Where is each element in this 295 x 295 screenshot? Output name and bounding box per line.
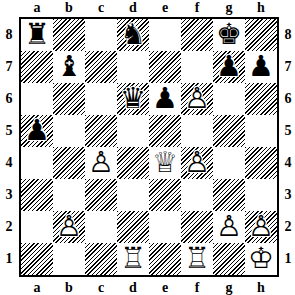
rank-label-2: 2: [1, 219, 17, 235]
square-f4[interactable]: ♟♙: [181, 147, 213, 179]
file-label-a: a: [21, 0, 53, 15]
file-label-f: f: [181, 0, 213, 15]
square-e2[interactable]: [149, 211, 181, 243]
rank-label-8: 8: [1, 27, 17, 43]
piece-glyph: ♟: [21, 115, 53, 147]
file-label-h: h: [245, 0, 277, 15]
file-label-f: f: [181, 280, 213, 295]
file-label-e: e: [149, 280, 181, 295]
square-b1[interactable]: [53, 243, 85, 275]
piece-glyph: ♙: [213, 211, 245, 243]
piece-glyph: ♖: [117, 243, 149, 275]
square-d2[interactable]: [117, 211, 149, 243]
white-pawn-icon: ♟♙: [181, 83, 213, 115]
piece-glyph: ♖: [181, 243, 213, 275]
square-c5[interactable]: [85, 115, 117, 147]
file-label-a: a: [21, 280, 53, 295]
black-pawn-icon: ♟♟: [21, 115, 53, 147]
piece-glyph: ♝: [53, 51, 85, 83]
white-king-icon: ♚♔: [245, 243, 277, 275]
square-b7[interactable]: ♝♝: [53, 51, 85, 83]
square-h5[interactable]: [245, 115, 277, 147]
black-pawn-icon: ♟♟: [149, 83, 181, 115]
piece-glyph: ♟: [149, 83, 181, 115]
square-h8[interactable]: [245, 19, 277, 51]
file-label-e: e: [149, 0, 181, 15]
file-label-d: d: [117, 280, 149, 295]
square-f1[interactable]: ♜♖: [181, 243, 213, 275]
square-g4[interactable]: [213, 147, 245, 179]
square-h1[interactable]: ♚♔: [245, 243, 277, 275]
square-g8[interactable]: ♚♚: [213, 19, 245, 51]
square-d7[interactable]: [117, 51, 149, 83]
black-bishop-icon: ♝♝: [53, 51, 85, 83]
square-b6[interactable]: [53, 83, 85, 115]
square-c4[interactable]: ♟♙: [85, 147, 117, 179]
rank-label-4: 4: [280, 155, 295, 171]
file-label-b: b: [53, 280, 85, 295]
square-g5[interactable]: [213, 115, 245, 147]
square-c2[interactable]: [85, 211, 117, 243]
square-h4[interactable]: [245, 147, 277, 179]
piece-glyph: ♚: [213, 19, 245, 51]
piece-glyph: ♙: [181, 83, 213, 115]
file-labels-top: abcdefgh: [21, 0, 277, 15]
white-rook-icon: ♜♖: [181, 243, 213, 275]
file-label-g: g: [213, 280, 245, 295]
square-e6[interactable]: ♟♟: [149, 83, 181, 115]
square-f3[interactable]: [181, 179, 213, 211]
square-d5[interactable]: [117, 115, 149, 147]
square-g1[interactable]: [213, 243, 245, 275]
square-f5[interactable]: [181, 115, 213, 147]
square-a5[interactable]: ♟♟: [21, 115, 53, 147]
rank-label-5: 5: [1, 123, 17, 139]
rank-label-3: 3: [1, 187, 17, 203]
square-g7[interactable]: ♟♟: [213, 51, 245, 83]
chessboard: ♜♜♞♞♚♚♝♝♟♟♟♟♛♛♟♟♟♙♟♟♟♙♛♕♟♙♟♙♟♙♟♙♜♖♜♖♚♔: [19, 17, 279, 277]
piece-glyph: ♕: [149, 147, 181, 179]
file-label-c: c: [85, 0, 117, 15]
piece-glyph: ♔: [245, 243, 277, 275]
square-e8[interactable]: [149, 19, 181, 51]
white-pawn-icon: ♟♙: [53, 211, 85, 243]
square-c7[interactable]: [85, 51, 117, 83]
rank-label-6: 6: [1, 91, 17, 107]
white-pawn-icon: ♟♙: [213, 211, 245, 243]
square-e7[interactable]: [149, 51, 181, 83]
white-rook-icon: ♜♖: [117, 243, 149, 275]
square-d1[interactable]: ♜♖: [117, 243, 149, 275]
piece-glyph: ♟: [245, 51, 277, 83]
square-c1[interactable]: [85, 243, 117, 275]
square-g6[interactable]: [213, 83, 245, 115]
rank-label-3: 3: [280, 187, 295, 203]
white-pawn-icon: ♟♙: [245, 211, 277, 243]
square-a7[interactable]: [21, 51, 53, 83]
square-h3[interactable]: [245, 179, 277, 211]
square-b4[interactable]: [53, 147, 85, 179]
white-pawn-icon: ♟♙: [85, 147, 117, 179]
rank-labels-left: 87654321: [1, 19, 17, 275]
black-pawn-icon: ♟♟: [213, 51, 245, 83]
rank-labels-right: 87654321: [280, 19, 295, 275]
black-knight-icon: ♞♞: [117, 19, 149, 51]
square-e1[interactable]: [149, 243, 181, 275]
rank-label-8: 8: [280, 27, 295, 43]
square-f8[interactable]: [181, 19, 213, 51]
rank-label-1: 1: [1, 251, 17, 267]
piece-glyph: ♙: [245, 211, 277, 243]
rank-label-5: 5: [280, 123, 295, 139]
square-a2[interactable]: [21, 211, 53, 243]
square-c3[interactable]: [85, 179, 117, 211]
square-b5[interactable]: [53, 115, 85, 147]
white-queen-icon: ♛♕: [149, 147, 181, 179]
square-d8[interactable]: ♞♞: [117, 19, 149, 51]
rank-label-7: 7: [1, 59, 17, 75]
square-f2[interactable]: [181, 211, 213, 243]
square-b3[interactable]: [53, 179, 85, 211]
square-b8[interactable]: [53, 19, 85, 51]
square-f6[interactable]: ♟♙: [181, 83, 213, 115]
square-b2[interactable]: ♟♙: [53, 211, 85, 243]
square-d4[interactable]: [117, 147, 149, 179]
piece-glyph: ♛: [117, 83, 149, 115]
square-d3[interactable]: [117, 179, 149, 211]
piece-glyph: ♜: [21, 19, 53, 51]
square-a6[interactable]: [21, 83, 53, 115]
square-a1[interactable]: [21, 243, 53, 275]
rank-label-1: 1: [280, 251, 295, 267]
file-label-b: b: [53, 0, 85, 15]
square-h6[interactable]: [245, 83, 277, 115]
file-label-c: c: [85, 280, 117, 295]
black-queen-icon: ♛♛: [117, 83, 149, 115]
square-h2[interactable]: ♟♙: [245, 211, 277, 243]
square-a3[interactable]: [21, 179, 53, 211]
piece-glyph: ♟: [213, 51, 245, 83]
piece-glyph: ♙: [85, 147, 117, 179]
square-c8[interactable]: [85, 19, 117, 51]
square-d6[interactable]: ♛♛: [117, 83, 149, 115]
rank-label-2: 2: [280, 219, 295, 235]
square-f7[interactable]: [181, 51, 213, 83]
file-label-d: d: [117, 0, 149, 15]
chess-diagram: abcdefgh 87654321 ♜♜♞♞♚♚♝♝♟♟♟♟♛♛♟♟♟♙♟♟♟♙…: [0, 0, 295, 295]
file-label-g: g: [213, 0, 245, 15]
square-a8[interactable]: ♜♜: [21, 19, 53, 51]
square-e3[interactable]: [149, 179, 181, 211]
square-e4[interactable]: ♛♕: [149, 147, 181, 179]
square-a4[interactable]: [21, 147, 53, 179]
black-pawn-icon: ♟♟: [245, 51, 277, 83]
white-pawn-icon: ♟♙: [181, 147, 213, 179]
rank-label-7: 7: [280, 59, 295, 75]
piece-glyph: ♙: [53, 211, 85, 243]
rank-label-6: 6: [280, 91, 295, 107]
black-king-icon: ♚♚: [213, 19, 245, 51]
square-c6[interactable]: [85, 83, 117, 115]
black-rook-icon: ♜♜: [21, 19, 53, 51]
file-label-h: h: [245, 280, 277, 295]
file-labels-bottom: abcdefgh: [21, 280, 277, 295]
square-g2[interactable]: ♟♙: [213, 211, 245, 243]
piece-glyph: ♞: [117, 19, 149, 51]
piece-glyph: ♙: [181, 147, 213, 179]
square-h7[interactable]: ♟♟: [245, 51, 277, 83]
square-g3[interactable]: [213, 179, 245, 211]
square-e5[interactable]: [149, 115, 181, 147]
rank-label-4: 4: [1, 155, 17, 171]
